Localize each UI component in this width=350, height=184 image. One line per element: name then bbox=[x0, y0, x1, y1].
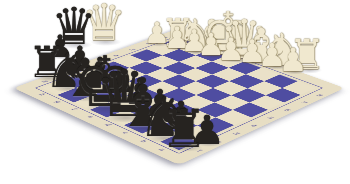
piece-shadow bbox=[150, 114, 173, 120]
piece-shadow bbox=[90, 38, 121, 46]
piece-shadow bbox=[52, 55, 71, 60]
rank-label: 4 bbox=[246, 123, 259, 129]
file-label: d bbox=[101, 122, 114, 128]
piece-shadow bbox=[131, 102, 153, 108]
rank-label: 8 bbox=[312, 93, 324, 98]
piece-shadow bbox=[203, 54, 222, 59]
chess-set-photo: hgfedcba1234567812345678 ♛♟♛♜♟♞♟♝♚♟♟♛♟♝♟… bbox=[0, 0, 350, 184]
piece-shadow bbox=[36, 75, 63, 82]
piece-shadow bbox=[148, 134, 182, 143]
rank-label: 5 bbox=[263, 115, 276, 120]
rank-label-far: 5 bbox=[92, 60, 103, 64]
rank-label: 7 bbox=[296, 100, 309, 105]
piece-shadow bbox=[223, 58, 242, 63]
rank-label: 6 bbox=[280, 108, 293, 113]
piece-shadow bbox=[111, 90, 133, 96]
piece-shadow bbox=[264, 64, 284, 69]
piece-shadow bbox=[53, 84, 83, 92]
rank-label: 3 bbox=[229, 131, 242, 137]
piece-shadow bbox=[150, 42, 168, 47]
piece-shadow bbox=[60, 41, 92, 49]
